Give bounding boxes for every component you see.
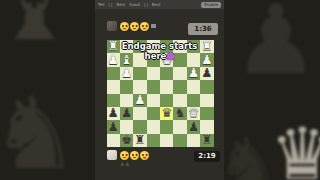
board-square[interactable]: ♞ (173, 107, 186, 120)
board-square[interactable] (147, 107, 160, 120)
video-strip: Tell| |BestGood| |Best Enable 1:36 ♜♜♟♝♚… (95, 0, 224, 180)
toolbar-item[interactable]: | | (108, 2, 112, 7)
board-square[interactable] (173, 80, 186, 93)
board-square[interactable]: ♟ (187, 67, 200, 80)
board-square[interactable]: ♚ (120, 134, 133, 147)
black-rook-piece[interactable]: ♜ (201, 134, 212, 147)
board-square[interactable]: ♟ (133, 94, 146, 107)
board-square[interactable] (173, 67, 186, 80)
background-knight-icon: ♞ (0, 84, 80, 180)
white-pawn-piece[interactable]: ♟ (134, 94, 145, 107)
flushed-emoji-icon (140, 22, 149, 31)
toolbar-item[interactable]: Tell (98, 2, 104, 7)
player-username (120, 151, 149, 160)
board-square[interactable] (187, 134, 200, 147)
board-square[interactable]: ♟ (120, 107, 133, 120)
board-square[interactable] (147, 94, 160, 107)
opponent-clock: 1:36 (188, 23, 218, 35)
board-square[interactable] (107, 134, 120, 147)
board-square[interactable] (160, 80, 173, 93)
toolbar-items: Tell| |BestGood| |Best (98, 2, 161, 7)
black-queen-piece[interactable]: ♛ (161, 107, 172, 120)
background-bishop-icon: ♝ (0, 0, 73, 52)
opponent-avatar[interactable] (107, 21, 117, 31)
board-square[interactable] (173, 120, 186, 133)
board-square[interactable] (187, 80, 200, 93)
black-king-piece[interactable]: ♚ (121, 134, 132, 147)
board-square[interactable]: ♟ (200, 67, 213, 80)
board-square[interactable]: ♟ (187, 120, 200, 133)
board-square[interactable] (133, 67, 146, 80)
opponent-flag-icon (151, 24, 156, 28)
board-square[interactable] (147, 134, 160, 147)
board-square[interactable] (200, 107, 213, 120)
board-square[interactable] (200, 94, 213, 107)
caption-line2: here (95, 52, 224, 62)
toolbar-item[interactable]: Best (116, 2, 125, 7)
board-square[interactable] (160, 134, 173, 147)
player-avatar[interactable] (107, 150, 117, 160)
background-queen-icon: ♛ (270, 118, 320, 180)
black-knight-piece[interactable]: ♞ (175, 107, 186, 120)
video-frame: ♝♞♟♞♛ Tell| |BestGood| |Best Enable 1:36… (0, 0, 320, 180)
captured-pieces: ♙♙ (120, 161, 130, 167)
black-rook-piece[interactable]: ♜ (134, 134, 145, 147)
grin-emoji-icon (120, 151, 129, 160)
background-pawn-icon: ♟ (233, 0, 319, 88)
board-square[interactable]: ♟ (120, 67, 133, 80)
board-square[interactable] (133, 107, 146, 120)
top-toolbar: Tell| |BestGood| |Best Enable (95, 0, 224, 9)
tongue-emoji-icon (140, 151, 149, 160)
enable-button[interactable]: Enable (201, 2, 221, 8)
grin-emoji-icon (130, 151, 139, 160)
board-square[interactable] (200, 80, 213, 93)
opponent-username (120, 22, 149, 31)
flushed-emoji-icon (120, 22, 129, 31)
black-pawn-piece[interactable]: ♟ (201, 67, 212, 80)
black-pawn-piece[interactable]: ♟ (108, 121, 119, 134)
board-square[interactable] (160, 67, 173, 80)
caption-overlay: Endgame starts here (95, 42, 224, 61)
board-square[interactable] (107, 80, 120, 93)
flushed-emoji-icon (130, 22, 139, 31)
board-square[interactable] (107, 67, 120, 80)
board-square[interactable] (147, 80, 160, 93)
devil-emoji-icon (167, 53, 174, 60)
board-square[interactable] (120, 80, 133, 93)
board-square[interactable]: ♟ (107, 120, 120, 133)
black-pawn-piece[interactable]: ♟ (188, 121, 199, 134)
board-square[interactable] (147, 120, 160, 133)
board-square[interactable] (173, 134, 186, 147)
toolbar-item[interactable]: Best (152, 2, 161, 7)
toolbar-item[interactable]: Good (129, 2, 140, 7)
board-square[interactable]: ♜ (133, 134, 146, 147)
white-pawn-piece[interactable]: ♟ (188, 67, 199, 80)
player-clock: 2:19 (194, 151, 220, 162)
white-pawn-piece[interactable]: ♟ (121, 67, 132, 80)
board-square[interactable] (160, 120, 173, 133)
toolbar-item[interactable]: | | (144, 2, 148, 7)
board-square[interactable]: ♜ (200, 134, 213, 147)
board-square[interactable]: ♛ (160, 107, 173, 120)
board-square[interactable] (147, 67, 160, 80)
black-pawn-piece[interactable]: ♟ (121, 107, 132, 120)
